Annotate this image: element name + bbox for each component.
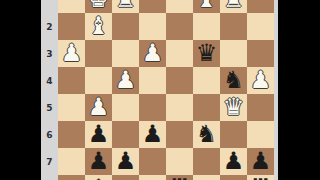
square-c1[interactable]: ♝ [193, 0, 220, 13]
square-a3[interactable] [247, 40, 274, 67]
white-pawn: ♟ [58, 40, 85, 67]
white-pawn: ♟ [139, 40, 166, 67]
square-a5[interactable] [247, 94, 274, 121]
square-g7[interactable]: ♟ [85, 148, 112, 175]
black-pawn: ♟ [247, 148, 274, 175]
white-rook: ♜ [112, 0, 139, 13]
board-frame: 234567 ♚♜♝♜♝♟♟♛♟♞♟♟♛♟♟♞♟♟♟♟♚♜♜ [41, 0, 278, 180]
square-h7[interactable] [58, 148, 85, 175]
rank-label-7: 7 [41, 157, 58, 167]
square-e3[interactable]: ♟ [139, 40, 166, 67]
square-e8[interactable] [139, 175, 166, 180]
square-g2[interactable]: ♝ [85, 13, 112, 40]
black-pawn: ♟ [112, 148, 139, 175]
square-h5[interactable] [58, 94, 85, 121]
black-pawn: ♟ [220, 148, 247, 175]
square-d6[interactable] [166, 121, 193, 148]
square-a6[interactable] [247, 121, 274, 148]
black-pawn: ♟ [85, 148, 112, 175]
square-h8[interactable] [58, 175, 85, 180]
chess-board: ♚♜♝♜♝♟♟♛♟♞♟♟♛♟♟♞♟♟♟♟♚♜♜ [58, 0, 274, 180]
square-a2[interactable] [247, 13, 274, 40]
rank-label-2: 2 [41, 22, 58, 32]
white-bishop: ♝ [193, 0, 220, 13]
square-c5[interactable] [193, 94, 220, 121]
square-b6[interactable] [220, 121, 247, 148]
black-king: ♚ [85, 175, 112, 180]
black-knight: ♞ [193, 121, 220, 148]
square-h1[interactable] [58, 0, 85, 13]
white-queen: ♛ [220, 94, 247, 121]
square-a1[interactable] [247, 0, 274, 13]
black-rook: ♜ [247, 175, 274, 180]
square-a8[interactable]: ♜ [247, 175, 274, 180]
square-a7[interactable]: ♟ [247, 148, 274, 175]
square-d7[interactable] [166, 148, 193, 175]
black-pawn: ♟ [85, 121, 112, 148]
screenshot-canvas: 234567 ♚♜♝♜♝♟♟♛♟♞♟♟♛♟♟♞♟♟♟♟♚♜♜ [0, 0, 320, 180]
square-h3[interactable]: ♟ [58, 40, 85, 67]
square-d2[interactable] [166, 13, 193, 40]
square-b8[interactable] [220, 175, 247, 180]
white-pawn: ♟ [85, 94, 112, 121]
square-f1[interactable]: ♜ [112, 0, 139, 13]
square-f6[interactable] [112, 121, 139, 148]
square-c3[interactable]: ♛ [193, 40, 220, 67]
black-pawn: ♟ [139, 121, 166, 148]
white-pawn: ♟ [247, 67, 274, 94]
square-c8[interactable] [193, 175, 220, 180]
square-g4[interactable] [85, 67, 112, 94]
square-f4[interactable]: ♟ [112, 67, 139, 94]
black-knight: ♞ [220, 67, 247, 94]
rank-label-4: 4 [41, 76, 58, 86]
white-rook: ♜ [220, 0, 247, 13]
black-rook: ♜ [166, 175, 193, 180]
white-bishop: ♝ [85, 13, 112, 40]
square-h2[interactable] [58, 13, 85, 40]
square-h6[interactable] [58, 121, 85, 148]
square-b4[interactable]: ♞ [220, 67, 247, 94]
square-d4[interactable] [166, 67, 193, 94]
square-a4[interactable]: ♟ [247, 67, 274, 94]
square-b5[interactable]: ♛ [220, 94, 247, 121]
square-d5[interactable] [166, 94, 193, 121]
square-f5[interactable] [112, 94, 139, 121]
square-e6[interactable]: ♟ [139, 121, 166, 148]
square-c6[interactable]: ♞ [193, 121, 220, 148]
rank-label-5: 5 [41, 103, 58, 113]
rank-label-3: 3 [41, 49, 58, 59]
square-e7[interactable] [139, 148, 166, 175]
square-g8[interactable]: ♚ [85, 175, 112, 180]
square-d8[interactable]: ♜ [166, 175, 193, 180]
square-g3[interactable] [85, 40, 112, 67]
square-h4[interactable] [58, 67, 85, 94]
square-f3[interactable] [112, 40, 139, 67]
square-d1[interactable] [166, 0, 193, 13]
square-e1[interactable] [139, 0, 166, 13]
white-pawn: ♟ [112, 67, 139, 94]
square-b2[interactable] [220, 13, 247, 40]
square-e2[interactable] [139, 13, 166, 40]
square-e5[interactable] [139, 94, 166, 121]
square-c7[interactable] [193, 148, 220, 175]
square-d3[interactable] [166, 40, 193, 67]
square-b1[interactable]: ♜ [220, 0, 247, 13]
rank-label-6: 6 [41, 130, 58, 140]
square-f8[interactable] [112, 175, 139, 180]
square-f7[interactable]: ♟ [112, 148, 139, 175]
square-g5[interactable]: ♟ [85, 94, 112, 121]
black-queen: ♛ [193, 40, 220, 67]
square-e4[interactable] [139, 67, 166, 94]
square-c2[interactable] [193, 13, 220, 40]
square-g6[interactable]: ♟ [85, 121, 112, 148]
square-f2[interactable] [112, 13, 139, 40]
square-b3[interactable] [220, 40, 247, 67]
square-b7[interactable]: ♟ [220, 148, 247, 175]
square-c4[interactable] [193, 67, 220, 94]
